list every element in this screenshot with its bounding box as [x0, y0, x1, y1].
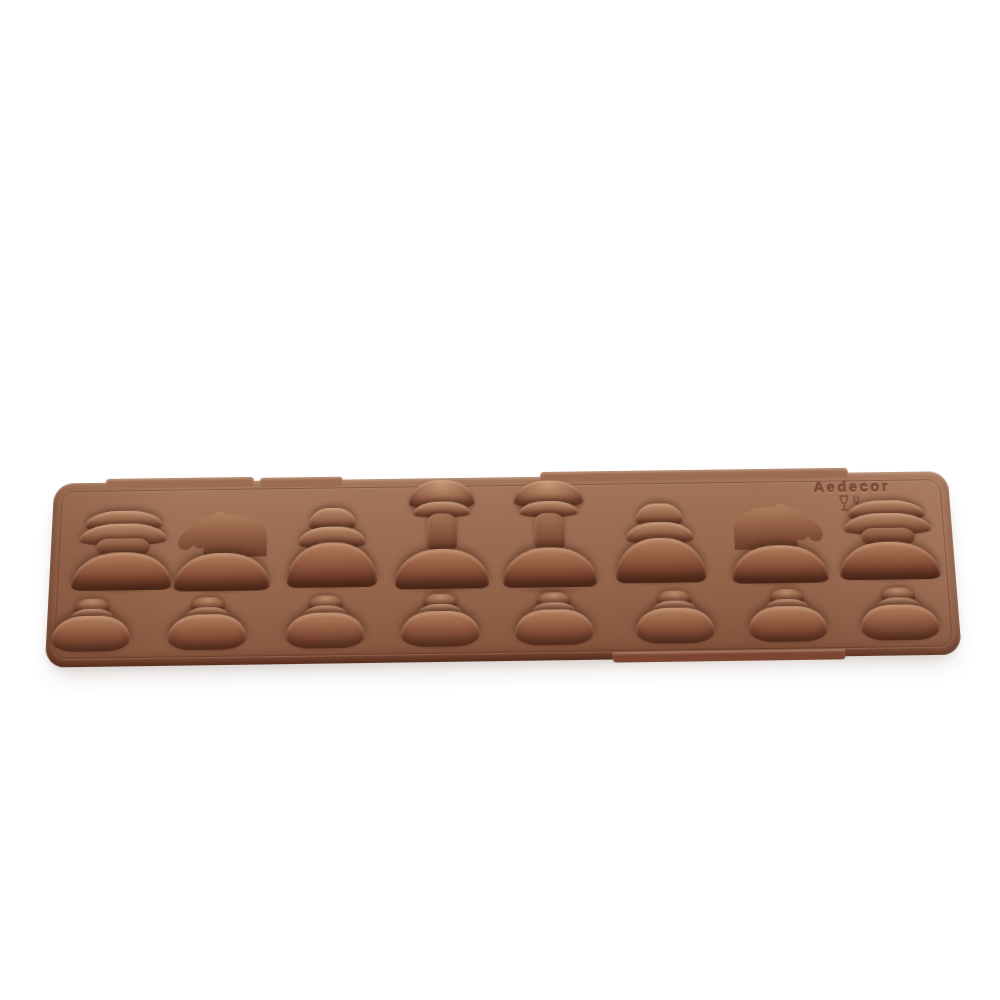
cavity-knight: [169, 509, 275, 592]
cavity-queen: [501, 480, 599, 592]
pawn-pbase: [859, 604, 940, 641]
cavity-pawn: [284, 595, 367, 649]
king-base: [395, 548, 489, 589]
knight-base: [173, 552, 270, 591]
pawn-pbase: [748, 606, 829, 643]
cavity-pawn: [856, 587, 942, 641]
rook-base: [71, 552, 173, 591]
knight-head-icon: [172, 509, 273, 558]
pawn-pbase: [515, 609, 594, 646]
bishop-base: [615, 537, 707, 583]
pawn-pbase: [401, 611, 480, 648]
cavity-pawn: [165, 597, 249, 651]
cavity-rook: [71, 510, 174, 591]
king-neck: [427, 513, 457, 553]
cavity-king: [394, 480, 490, 592]
chocolate-mold: Aedecor: [45, 471, 962, 667]
cavity-bishop: [286, 507, 379, 588]
cavity-pawn: [49, 598, 134, 652]
knight-head-icon: [727, 501, 829, 550]
brand-text: Aedecor: [787, 478, 916, 496]
knight-base: [731, 545, 829, 584]
mold-edge-tab: [260, 477, 343, 488]
mold-edge-tab: [613, 649, 846, 663]
mold-edge-tab: [105, 477, 254, 489]
cavity-knight: [725, 501, 833, 584]
cavity-pawn: [512, 592, 596, 646]
cavity-bishop: [613, 503, 708, 584]
pawn-pbase: [635, 607, 715, 644]
cavity-pawn: [633, 590, 718, 644]
cavity-pawn: [745, 589, 830, 643]
pawn-pbase: [167, 614, 247, 651]
queen-base: [503, 547, 598, 588]
pawn-pbase: [286, 612, 365, 649]
bishop-base: [287, 542, 377, 588]
product-photo: Aedecor: [0, 0, 1000, 1000]
cavity-pawn: [399, 593, 482, 647]
rook-base: [838, 541, 940, 580]
cavity-rook: [836, 500, 941, 581]
pawn-pbase: [51, 615, 131, 652]
